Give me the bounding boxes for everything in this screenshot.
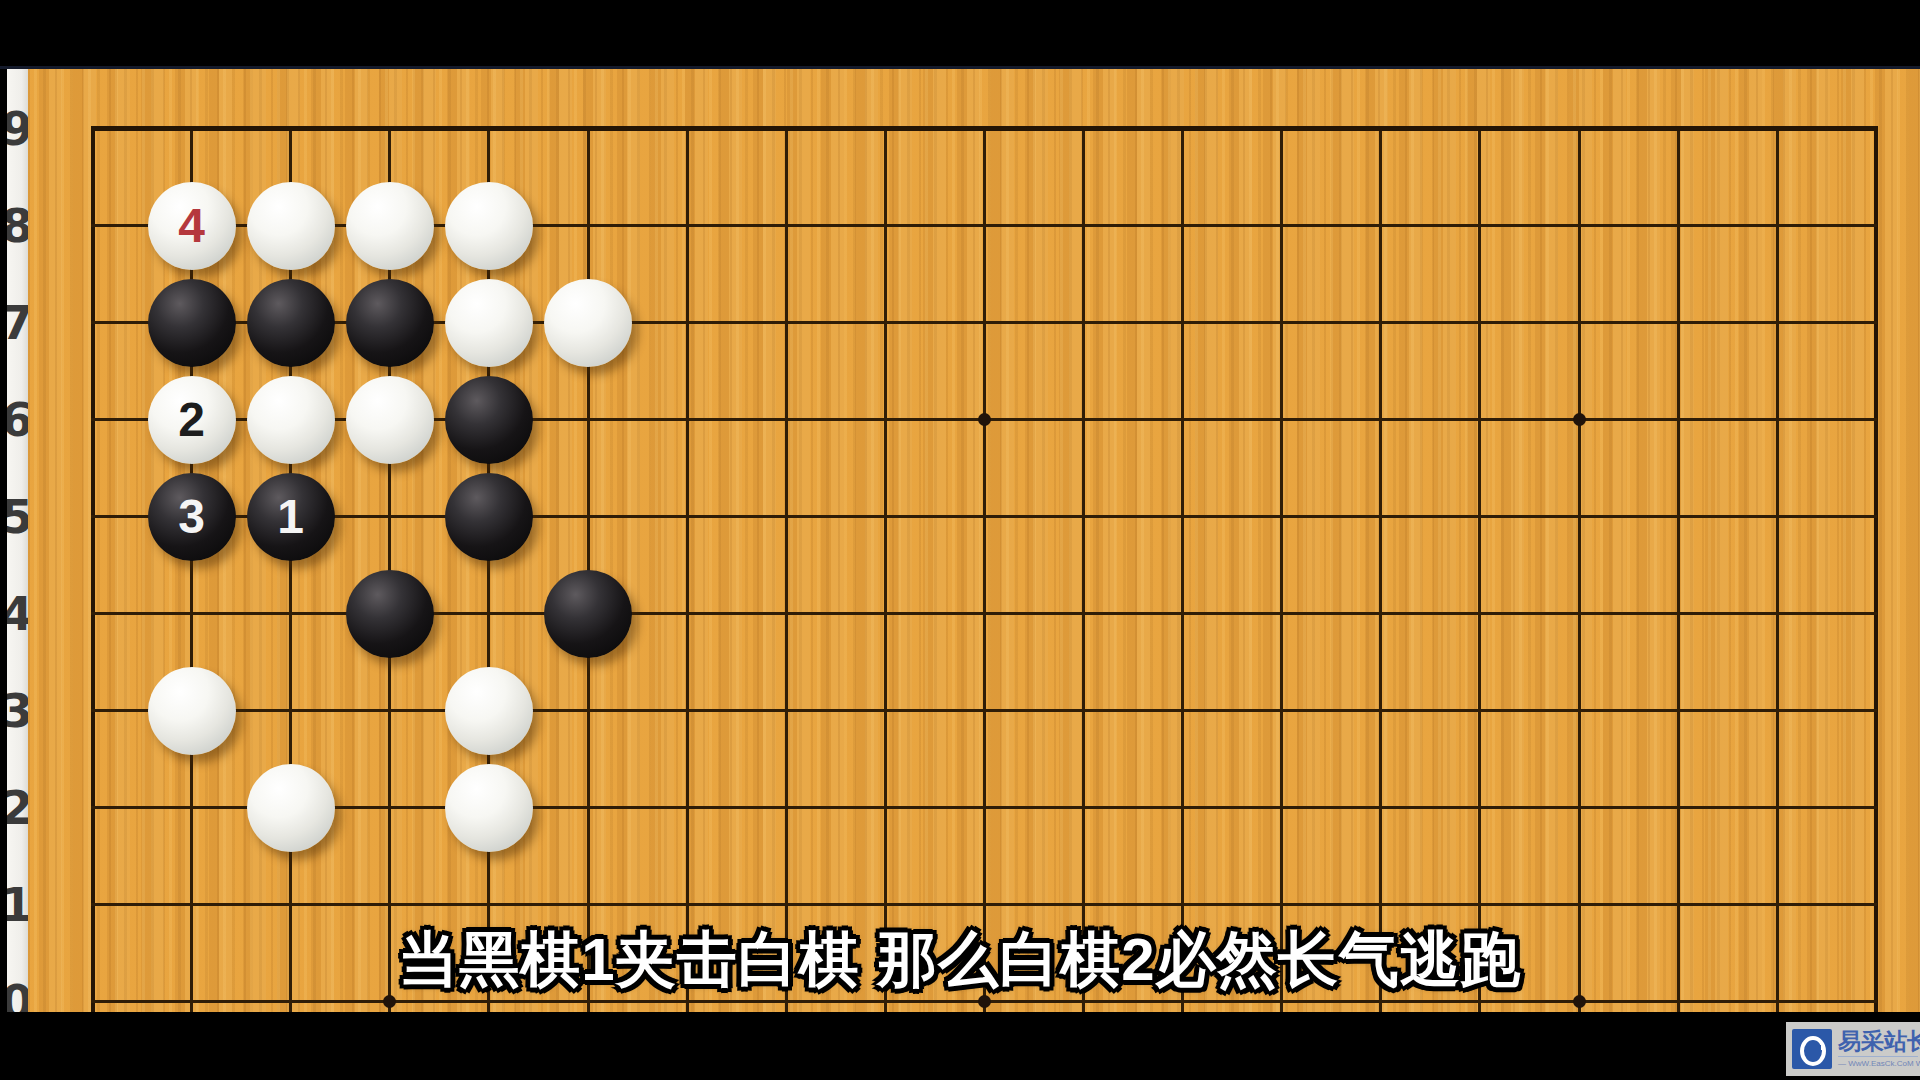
stone-black (346, 279, 434, 367)
star-point (1573, 413, 1586, 426)
grid-line-vertical (983, 126, 986, 1012)
grid-line-vertical (1874, 126, 1878, 1012)
grid-line-vertical (785, 126, 788, 1012)
move-number-label: 4 (178, 202, 205, 250)
watermark-site-name: 易采站长站 (1838, 1026, 1918, 1056)
grid-line-vertical (1280, 126, 1283, 1012)
coordinate-strip: 9876543210 (7, 68, 28, 1012)
stone-black (247, 279, 335, 367)
coord-label: 4 (7, 588, 28, 640)
move-number-label: 3 (178, 493, 205, 541)
stone-white (445, 764, 533, 852)
video-frame: 4231 9876543210 当黑棋1夹击白棋 那么白棋2必然长气逃跑 易采站… (0, 0, 1920, 1080)
star-point (978, 413, 991, 426)
watermark-ring-icon (1800, 1036, 1826, 1066)
grid-line-vertical (1478, 126, 1481, 1012)
grid-line-horizontal (91, 806, 1877, 809)
stone-black (445, 376, 533, 464)
subtitle-caption: 当黑棋1夹击白棋 那么白棋2必然长气逃跑 (0, 920, 1920, 1001)
stone-white: 4 (148, 182, 236, 270)
move-number-label: 1 (277, 493, 304, 541)
grid-line-horizontal (91, 126, 1877, 131)
stone-white (247, 764, 335, 852)
watermark-texts: 易采站长站 — WwW.EasCk.CoM W — (1838, 1026, 1918, 1069)
coord-label: 6 (7, 394, 28, 446)
letterbox-bottom-bar (0, 1012, 1920, 1080)
stone-white (445, 182, 533, 270)
coord-label: 7 (7, 297, 28, 349)
stone-black (445, 473, 533, 561)
stone-white (346, 376, 434, 464)
grid-line-horizontal (91, 903, 1877, 906)
stone-white (445, 667, 533, 755)
grid-line-vertical (91, 126, 95, 1012)
stone-white (445, 279, 533, 367)
watermark-ring-gap (1809, 1045, 1825, 1050)
watermark: 易采站长站 — WwW.EasCk.CoM W — (1786, 1022, 1920, 1076)
grid-line-horizontal (91, 709, 1877, 712)
grid-line-vertical (1082, 126, 1085, 1012)
stone-white (346, 182, 434, 270)
stone-black (346, 570, 434, 658)
grid-line-vertical (1578, 126, 1581, 1012)
go-board: 4231 (28, 68, 1920, 1012)
grid-line-vertical (1677, 126, 1680, 1012)
grid-line-vertical (884, 126, 887, 1012)
grid-line-vertical (686, 126, 689, 1012)
stone-white: 2 (148, 376, 236, 464)
stone-white (148, 667, 236, 755)
coord-label: 2 (7, 782, 28, 834)
stone-black: 3 (148, 473, 236, 561)
letterbox-top-bar (0, 0, 1920, 69)
coord-label: 9 (7, 103, 28, 155)
coord-label: 8 (7, 200, 28, 252)
grid-line-vertical (1776, 126, 1779, 1012)
stone-white (247, 182, 335, 270)
move-number-label: 2 (178, 396, 205, 444)
stone-black: 1 (247, 473, 335, 561)
stone-white (544, 279, 632, 367)
grid-line-vertical (1181, 126, 1184, 1012)
stone-black (544, 570, 632, 658)
coord-label: 3 (7, 685, 28, 737)
watermark-logo-icon (1792, 1029, 1832, 1069)
grid-line-vertical (1379, 126, 1382, 1012)
stone-white (247, 376, 335, 464)
watermark-url-text: — WwW.EasCk.CoM W — (1838, 1056, 1918, 1069)
grid-line-horizontal (91, 515, 1877, 518)
stone-black (148, 279, 236, 367)
coord-label: 5 (7, 491, 28, 543)
